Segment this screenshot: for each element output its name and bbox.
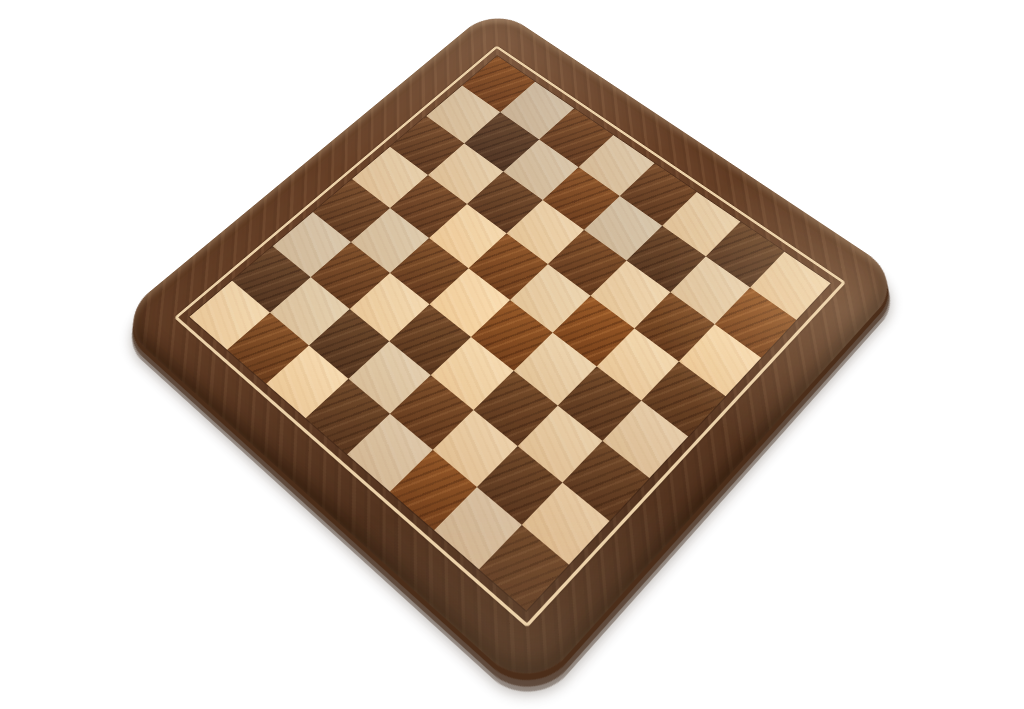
playing-field	[189, 56, 830, 611]
page: { "game": "chess", "position": "8/8/8/8/…	[0, 0, 1024, 709]
chess-board	[115, 6, 906, 695]
